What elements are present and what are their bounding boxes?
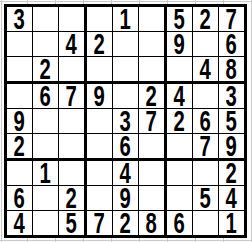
cell-digit: 7 [200, 132, 211, 161]
cell-digit: 9 [94, 82, 105, 111]
cell-r1c2[interactable] [33, 7, 59, 32]
cell-r9c9[interactable]: 1 [219, 211, 244, 235]
cell-r3c1[interactable] [7, 57, 33, 84]
cell-r5c6[interactable]: 7 [139, 109, 167, 134]
cell-r7c4[interactable] [87, 161, 113, 186]
cell-digit: 7 [94, 209, 105, 238]
sudoku-page: 3152742962486792439372652679142629544572… [0, 0, 252, 242]
cell-r4c4[interactable]: 9 [87, 84, 113, 109]
cell-digit: 9 [174, 30, 185, 59]
cell-digit: 5 [200, 184, 211, 213]
cell-r9c8[interactable] [193, 211, 219, 235]
cell-r7c6[interactable] [139, 161, 167, 186]
cell-r9c4[interactable]: 7 [87, 211, 113, 235]
cell-r2c5[interactable] [113, 32, 139, 57]
cell-r1c1[interactable]: 3 [7, 7, 33, 32]
cell-r1c5[interactable]: 1 [113, 7, 139, 32]
cell-r7c7[interactable] [167, 161, 193, 186]
cell-digit: 8 [146, 209, 157, 238]
cell-digit: 1 [226, 209, 237, 238]
sudoku-board: 3152742962486792439372652679142629544572… [4, 4, 247, 238]
cell-r9c7[interactable]: 6 [167, 211, 193, 235]
cell-r6c1[interactable]: 2 [7, 134, 33, 161]
cell-r8c2[interactable] [33, 186, 59, 211]
cell-r3c8[interactable]: 4 [193, 57, 219, 84]
cell-digit: 1 [120, 5, 131, 34]
cell-r9c5[interactable]: 2 [113, 211, 139, 235]
cell-digit: 7 [66, 82, 77, 111]
cell-r2c6[interactable] [139, 32, 167, 57]
cell-r9c1[interactable]: 4 [7, 211, 33, 235]
cell-digit: 2 [120, 209, 131, 238]
cell-digit: 4 [66, 30, 77, 59]
cell-digit: 6 [40, 82, 51, 111]
cell-digit: 2 [200, 5, 211, 34]
cell-r6c7[interactable] [167, 134, 193, 161]
cell-r1c6[interactable] [139, 7, 167, 32]
cell-r4c2[interactable]: 6 [33, 84, 59, 109]
cell-digit: 4 [14, 209, 25, 238]
cell-digit: 6 [174, 209, 185, 238]
cell-digit: 2 [14, 132, 25, 161]
cell-r5c7[interactable]: 2 [167, 109, 193, 134]
cell-digit: 4 [200, 55, 211, 84]
cell-digit: 5 [66, 209, 77, 238]
cell-r5c3[interactable] [59, 109, 87, 134]
cell-digit: 3 [14, 5, 25, 34]
cell-digit: 7 [146, 107, 157, 136]
cell-r9c3[interactable]: 5 [59, 211, 87, 235]
cell-r6c8[interactable]: 7 [193, 134, 219, 161]
spreadsheet-gridline-left [1, 0, 2, 242]
cell-r2c3[interactable]: 4 [59, 32, 87, 57]
cell-r6c4[interactable] [87, 134, 113, 161]
cell-r4c3[interactable]: 7 [59, 84, 87, 109]
cell-r5c4[interactable] [87, 109, 113, 134]
spreadsheet-gridline-bottom [0, 240, 252, 241]
cell-digit: 2 [174, 107, 185, 136]
cell-r3c5[interactable] [113, 57, 139, 84]
cell-r1c8[interactable]: 2 [193, 7, 219, 32]
cell-r2c1[interactable] [7, 32, 33, 57]
cell-digit: 2 [94, 30, 105, 59]
cell-r2c7[interactable]: 9 [167, 32, 193, 57]
cell-r7c2[interactable]: 1 [33, 161, 59, 186]
cell-r5c2[interactable] [33, 109, 59, 134]
cell-r2c4[interactable]: 2 [87, 32, 113, 57]
cell-r6c3[interactable] [59, 134, 87, 161]
cell-r9c2[interactable] [33, 211, 59, 235]
cell-r6c6[interactable] [139, 134, 167, 161]
cell-r9c6[interactable]: 8 [139, 211, 167, 235]
cell-r8c8[interactable]: 5 [193, 186, 219, 211]
cell-digit: 1 [40, 159, 51, 188]
